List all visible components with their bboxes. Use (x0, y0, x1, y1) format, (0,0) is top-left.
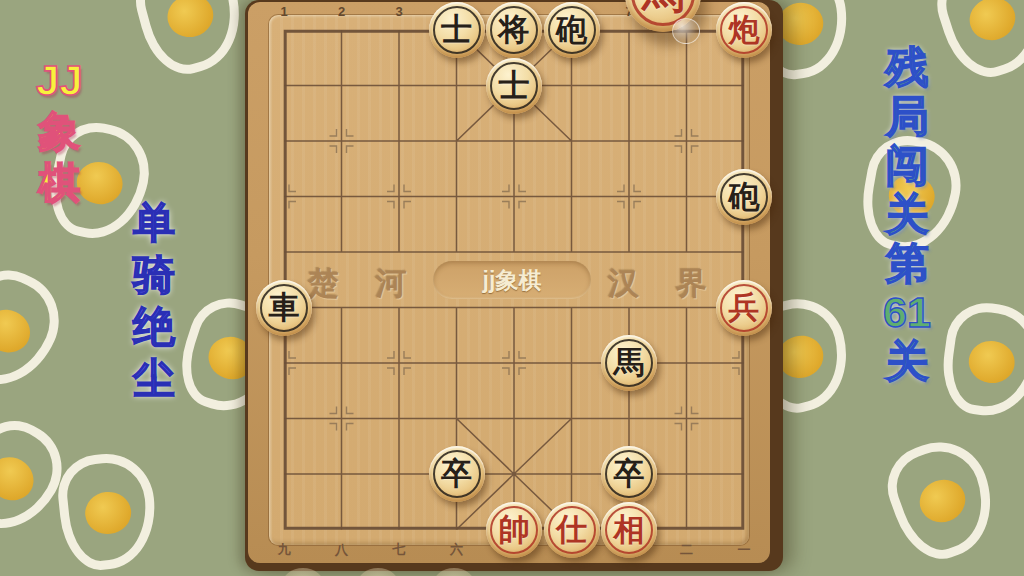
point-1-4[interactable] (255, 224, 313, 280)
point-3-2[interactable] (370, 113, 428, 169)
banner-char: 关 (885, 193, 928, 236)
point-5-2[interactable] (485, 113, 543, 169)
piece-red-炮-9-0[interactable]: 炮 (716, 2, 772, 58)
piece-glyph: 砲 (556, 9, 587, 51)
point-3-0[interactable] (370, 2, 428, 58)
piece-glyph: 仕 (556, 509, 587, 551)
point-6-1[interactable] (543, 58, 601, 114)
point-8-6[interactable] (658, 335, 716, 391)
point-2-6[interactable] (313, 335, 371, 391)
point-7-3[interactable] (600, 169, 658, 225)
piece-glyph: 将 (499, 9, 530, 51)
point-7-2[interactable] (600, 113, 658, 169)
banner-char: 闯 (885, 144, 928, 187)
point-8-5[interactable] (658, 280, 716, 336)
xiangqi-board: 楚 河 汉 界 jj象棋 123456789 九八七六五四三二一 士将砲炮士砲車… (245, 0, 783, 571)
point-9-8[interactable] (715, 446, 773, 502)
point-3-4[interactable] (370, 224, 428, 280)
banner-char: 象 (38, 111, 80, 153)
point-9-7[interactable] (715, 391, 773, 447)
piece-glyph: 砲 (729, 176, 760, 218)
banner-char: 第 (885, 242, 928, 285)
point-1-2[interactable] (255, 113, 313, 169)
point-1-0[interactable] (255, 2, 313, 58)
point-1-3[interactable] (255, 169, 313, 225)
point-7-1[interactable] (600, 58, 658, 114)
point-6-5[interactable] (543, 280, 601, 336)
point-2-5[interactable] (313, 280, 371, 336)
avocado-decoration (54, 449, 161, 573)
piece-red-仕-6-9[interactable]: 仕 (544, 502, 600, 558)
banner-char: 61 (883, 291, 931, 334)
avocado-pit (966, 338, 1017, 386)
banner-char: 尘 (133, 358, 175, 400)
point-2-4[interactable] (313, 224, 371, 280)
point-8-3[interactable] (658, 169, 716, 225)
avocado-decoration (0, 258, 74, 402)
point-9-2[interactable] (715, 113, 773, 169)
point-1-9[interactable] (255, 502, 313, 558)
point-6-2[interactable] (543, 113, 601, 169)
piece-black-将-5-0[interactable]: 将 (486, 2, 542, 58)
point-5-4[interactable] (485, 224, 543, 280)
point-2-8[interactable] (313, 446, 371, 502)
level-name-banner: 单骑绝尘 (133, 202, 175, 400)
piece-red-相-7-9[interactable]: 相 (601, 502, 657, 558)
point-8-4[interactable] (658, 224, 716, 280)
point-3-5[interactable] (370, 280, 428, 336)
avocado-decoration (876, 429, 1007, 571)
point-1-7[interactable] (255, 391, 313, 447)
point-2-9[interactable] (313, 502, 371, 558)
banner-char: 单 (133, 202, 175, 244)
app-window: JJ象棋 单骑绝尘 残局闯关第61关 楚 河 汉 界 jj象棋 12345678… (0, 0, 1024, 576)
avocado-pit (163, 0, 218, 43)
piece-black-士-4-0[interactable]: 士 (429, 2, 485, 58)
piece-black-砲-6-0[interactable]: 砲 (544, 2, 600, 58)
banner-char: 残 (885, 46, 928, 89)
point-1-1[interactable] (255, 58, 313, 114)
point-4-3[interactable] (428, 169, 486, 225)
point-2-7[interactable] (313, 391, 371, 447)
point-6-7[interactable] (543, 391, 601, 447)
piece-glyph: 卒 (614, 453, 645, 495)
piece-glyph: 帥 (499, 509, 530, 551)
point-3-9[interactable] (370, 502, 428, 558)
point-8-7[interactable] (658, 391, 716, 447)
move-indicator-bubble (672, 18, 700, 44)
piece-black-馬-7-6[interactable]: 馬 (601, 335, 657, 391)
point-8-1[interactable] (658, 58, 716, 114)
point-7-4[interactable] (600, 224, 658, 280)
banner-char: 关 (885, 340, 928, 383)
piece-black-車-1-5[interactable]: 車 (256, 280, 312, 336)
avocado-decoration (937, 298, 1024, 422)
point-6-8[interactable] (543, 446, 601, 502)
point-6-3[interactable] (543, 169, 601, 225)
point-4-9[interactable] (428, 502, 486, 558)
point-2-1[interactable] (313, 58, 371, 114)
point-3-6[interactable] (370, 335, 428, 391)
point-2-3[interactable] (313, 169, 371, 225)
piece-black-卒-7-8[interactable]: 卒 (601, 446, 657, 502)
point-4-2[interactable] (428, 113, 486, 169)
point-4-1[interactable] (428, 58, 486, 114)
point-9-1[interactable] (715, 58, 773, 114)
point-7-7[interactable] (600, 391, 658, 447)
banner-char: JJ (36, 60, 83, 102)
point-5-5[interactable] (485, 280, 543, 336)
point-6-6[interactable] (543, 335, 601, 391)
avocado-pit (0, 449, 42, 508)
point-8-9[interactable] (658, 502, 716, 558)
piece-black-卒-4-8[interactable]: 卒 (429, 446, 485, 502)
point-5-3[interactable] (485, 169, 543, 225)
point-9-9[interactable] (715, 502, 773, 558)
piece-red-帥-5-9[interactable]: 帥 (486, 502, 542, 558)
point-1-8[interactable] (255, 446, 313, 502)
point-3-1[interactable] (370, 58, 428, 114)
avocado-pit (964, 0, 1021, 46)
point-3-8[interactable] (370, 446, 428, 502)
piece-glyph: 卒 (441, 453, 472, 495)
app-title-banner: JJ象棋 (36, 60, 83, 204)
point-8-8[interactable] (658, 446, 716, 502)
point-9-4[interactable] (715, 224, 773, 280)
piece-glyph: 馬 (614, 342, 645, 384)
banner-char: 绝 (133, 306, 175, 348)
piece-glyph: 炮 (729, 9, 760, 51)
avocado-pit (83, 490, 133, 537)
point-4-6[interactable] (428, 335, 486, 391)
point-5-8[interactable] (485, 446, 543, 502)
banner-char: 棋 (38, 162, 80, 204)
point-3-7[interactable] (370, 391, 428, 447)
point-1-6[interactable] (255, 335, 313, 391)
avocado-pit (0, 303, 36, 360)
piece-glyph: 馬 (642, 0, 684, 22)
avocado-decoration (927, 0, 1024, 88)
point-5-7[interactable] (485, 391, 543, 447)
piece-red-兵-9-5[interactable]: 兵 (716, 280, 772, 336)
piece-black-砲-9-3[interactable]: 砲 (716, 169, 772, 225)
point-8-2[interactable] (658, 113, 716, 169)
stage-number-banner: 残局闯关第61关 (883, 46, 931, 383)
piece-glyph: 士 (499, 65, 530, 107)
banner-char: 骑 (133, 254, 175, 296)
point-4-7[interactable] (428, 391, 486, 447)
point-2-0[interactable] (313, 2, 371, 58)
avocado-pit (914, 474, 972, 529)
point-2-2[interactable] (313, 113, 371, 169)
point-3-3[interactable] (370, 169, 428, 225)
point-7-5[interactable] (600, 280, 658, 336)
piece-glyph: 車 (269, 287, 300, 329)
avocado-decoration (127, 0, 253, 83)
board-grid-area: 楚 河 汉 界 jj象棋 123456789 九八七六五四三二一 士将砲炮士砲車… (284, 30, 744, 530)
piece-glyph: 士 (441, 9, 472, 51)
piece-black-士-5-1[interactable]: 士 (486, 58, 542, 114)
banner-char: 局 (885, 95, 928, 138)
piece-glyph: 兵 (729, 287, 760, 329)
point-5-6[interactable] (485, 335, 543, 391)
point-4-5[interactable] (428, 280, 486, 336)
point-4-4[interactable] (428, 224, 486, 280)
piece-glyph: 相 (614, 509, 645, 551)
point-9-6[interactable] (715, 335, 773, 391)
point-6-4[interactable] (543, 224, 601, 280)
